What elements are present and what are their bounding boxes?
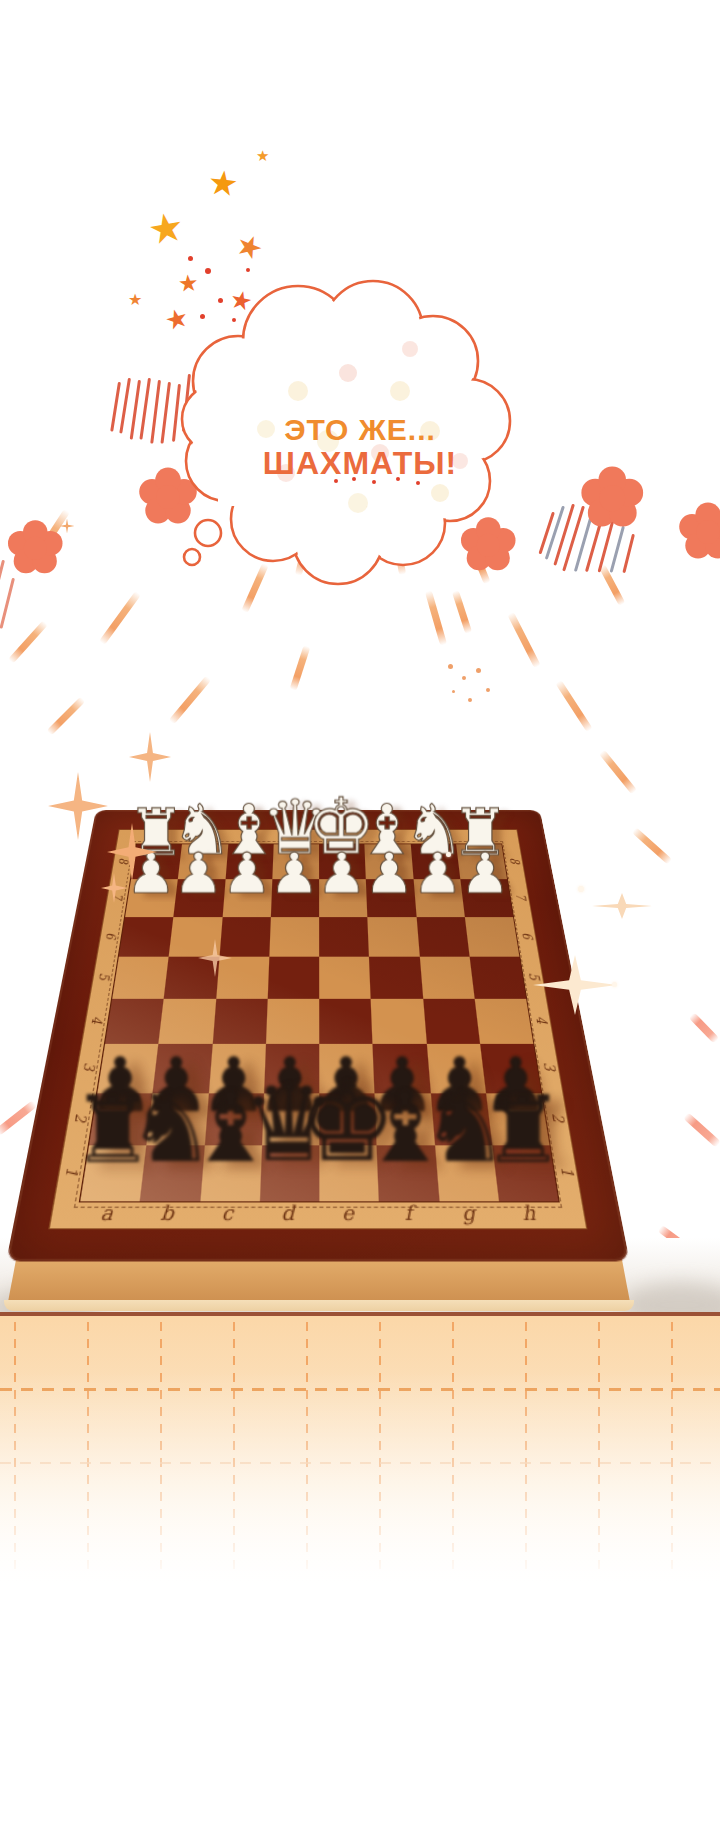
bubble-line-2: ШАХМАТЫ!: [230, 446, 490, 481]
ray: [99, 591, 141, 645]
chess-board: abcdefgh 87654321 87654321 ♜♞♝♛♚♝♞♜♟♟♟♟♟…: [6, 810, 630, 1262]
hatch-line: [110, 382, 120, 432]
wall-grid: [0, 1316, 720, 1628]
star-icon: ★: [145, 205, 187, 251]
sparkle-icon: [592, 893, 652, 919]
board-bottom-edge: [4, 1300, 634, 1311]
hatch-line: [574, 508, 595, 572]
hatch-line: [553, 504, 574, 566]
ray: [599, 750, 637, 795]
board-front-face: [8, 1256, 630, 1302]
ray: [452, 590, 472, 634]
dot: [446, 852, 451, 857]
sparkle-icon: [129, 732, 171, 782]
hatch-line: [0, 578, 14, 629]
ray: [169, 676, 212, 725]
dot: [578, 886, 584, 892]
hatch-line: [130, 380, 141, 440]
hatch-line: [150, 380, 160, 444]
comic-panel: ★ ★ ★ ★ ★ ★ ★ ★: [0, 0, 720, 1847]
ray: [555, 680, 592, 732]
hatch-line: [562, 506, 584, 572]
star-icon: ★: [256, 148, 269, 163]
ray: [425, 590, 447, 646]
flower-puff-icon: [599, 485, 625, 511]
hatch-line: [610, 526, 625, 573]
flower-puff-icon: [24, 537, 47, 560]
flower-puff-icon: [477, 534, 500, 557]
bubble-text: ЭТО ЖЕ... ШАХМАТЫ!: [230, 414, 490, 481]
ray: [632, 827, 672, 864]
hatch-line: [119, 378, 130, 434]
ray: [689, 1012, 720, 1043]
ray: [683, 1112, 720, 1147]
ray: [507, 612, 540, 669]
star-icon: ★: [128, 292, 142, 308]
flower-puff-icon: [696, 520, 720, 544]
hatch-line: [622, 534, 634, 573]
wall-fade: [0, 1316, 720, 1628]
ray: [8, 620, 48, 663]
bubble-line-1: ЭТО ЖЕ...: [230, 414, 490, 446]
ray: [47, 697, 86, 736]
ray: [290, 645, 311, 691]
hatch-line: [160, 382, 170, 444]
dot: [612, 982, 617, 987]
flower-puff-icon: [156, 485, 180, 509]
hatch-line: [139, 378, 150, 440]
pieces-layer: ♜♞♝♛♚♝♞♜♟♟♟♟♟♟♟♟♟♟♟♟♟♟♟♟♜♞♝♛♚♝♞♜: [6, 810, 630, 1262]
star-icon: ★: [206, 164, 240, 201]
